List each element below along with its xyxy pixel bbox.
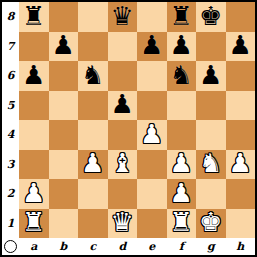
piece-black-knight-c6[interactable]: ♞ (81, 62, 104, 88)
square-a2[interactable]: ♟ (19, 179, 49, 209)
square-h8[interactable] (226, 2, 256, 32)
square-g7[interactable] (196, 32, 226, 62)
square-b7[interactable]: ♟ (49, 32, 79, 62)
piece-black-pawn-a6[interactable]: ♟ (22, 62, 45, 88)
square-c5[interactable] (78, 91, 108, 121)
square-d5[interactable]: ♟ (108, 91, 138, 121)
square-e1[interactable] (137, 209, 167, 239)
square-b8[interactable] (49, 2, 79, 32)
piece-white-rook-f1[interactable]: ♜ (170, 209, 193, 235)
square-d4[interactable] (108, 120, 138, 150)
rank-label-4: 4 (2, 120, 19, 150)
piece-black-pawn-g6[interactable]: ♟ (199, 62, 222, 88)
piece-white-pawn-f3[interactable]: ♟ (170, 150, 193, 176)
piece-black-pawn-h7[interactable]: ♟ (229, 32, 252, 58)
square-b6[interactable] (49, 61, 79, 91)
piece-white-rook-a1[interactable]: ♜ (22, 209, 45, 235)
square-e4[interactable]: ♟ (137, 120, 167, 150)
piece-white-pawn-e4[interactable]: ♟ (140, 121, 163, 147)
square-e5[interactable] (137, 91, 167, 121)
square-d3[interactable]: ♝ (108, 150, 138, 180)
square-f1[interactable]: ♜ (167, 209, 197, 239)
chess-diagram: 8♜♛♜♚7♟♟♟♟6♟♞♞♟5♟4♟3♟♝♟♞♟2♟♟1♜♛♜♚abcdefg… (0, 0, 257, 257)
file-label-c: c (78, 238, 108, 255)
piece-black-queen-d8[interactable]: ♛ (111, 3, 134, 29)
square-f3[interactable]: ♟ (167, 150, 197, 180)
square-g5[interactable] (196, 91, 226, 121)
square-d1[interactable]: ♛ (108, 209, 138, 239)
piece-white-queen-d1[interactable]: ♛ (111, 209, 134, 235)
square-a4[interactable] (19, 120, 49, 150)
to-move-corner (2, 238, 19, 255)
square-f8[interactable]: ♜ (167, 2, 197, 32)
square-a7[interactable] (19, 32, 49, 62)
file-label-a: a (19, 238, 49, 255)
square-e7[interactable]: ♟ (137, 32, 167, 62)
square-b5[interactable] (49, 91, 79, 121)
file-label-d: d (108, 238, 138, 255)
square-e8[interactable] (137, 2, 167, 32)
square-h4[interactable] (226, 120, 256, 150)
piece-black-pawn-e7[interactable]: ♟ (140, 32, 163, 58)
rank-label-3: 3 (2, 150, 19, 180)
piece-black-pawn-f7[interactable]: ♟ (170, 32, 193, 58)
square-b4[interactable] (49, 120, 79, 150)
file-label-h: h (226, 238, 256, 255)
rank-label-5: 5 (2, 91, 19, 121)
file-label-e: e (137, 238, 167, 255)
square-c7[interactable] (78, 32, 108, 62)
square-c1[interactable] (78, 209, 108, 239)
piece-black-pawn-d5[interactable]: ♟ (111, 91, 134, 117)
piece-white-pawn-h3[interactable]: ♟ (229, 150, 252, 176)
piece-black-king-g8[interactable]: ♚ (199, 3, 222, 29)
square-f6[interactable]: ♞ (167, 61, 197, 91)
piece-black-knight-f6[interactable]: ♞ (170, 62, 193, 88)
square-h1[interactable] (226, 209, 256, 239)
piece-white-bishop-d3[interactable]: ♝ (111, 150, 134, 176)
piece-white-pawn-c3[interactable]: ♟ (81, 150, 104, 176)
square-h5[interactable] (226, 91, 256, 121)
piece-white-pawn-a2[interactable]: ♟ (22, 180, 45, 206)
square-d6[interactable] (108, 61, 138, 91)
square-d2[interactable] (108, 179, 138, 209)
square-a8[interactable]: ♜ (19, 2, 49, 32)
piece-white-knight-g3[interactable]: ♞ (199, 150, 222, 176)
square-f2[interactable]: ♟ (167, 179, 197, 209)
square-b3[interactable] (49, 150, 79, 180)
square-f4[interactable] (167, 120, 197, 150)
square-a3[interactable] (19, 150, 49, 180)
file-label-b: b (49, 238, 79, 255)
square-f5[interactable] (167, 91, 197, 121)
square-f7[interactable]: ♟ (167, 32, 197, 62)
square-c3[interactable]: ♟ (78, 150, 108, 180)
square-g8[interactable]: ♚ (196, 2, 226, 32)
piece-black-pawn-b7[interactable]: ♟ (52, 32, 75, 58)
piece-white-king-g1[interactable]: ♚ (199, 209, 222, 235)
chess-board: 8♜♛♜♚7♟♟♟♟6♟♞♞♟5♟4♟3♟♝♟♞♟2♟♟1♜♛♜♚abcdefg… (2, 2, 255, 255)
square-d8[interactable]: ♛ (108, 2, 138, 32)
square-c2[interactable] (78, 179, 108, 209)
rank-label-8: 8 (2, 2, 19, 32)
square-a5[interactable] (19, 91, 49, 121)
piece-black-rook-f8[interactable]: ♜ (170, 3, 193, 29)
square-g1[interactable]: ♚ (196, 209, 226, 239)
square-e6[interactable] (137, 61, 167, 91)
square-c8[interactable] (78, 2, 108, 32)
square-a6[interactable]: ♟ (19, 61, 49, 91)
square-g6[interactable]: ♟ (196, 61, 226, 91)
piece-black-rook-a8[interactable]: ♜ (22, 3, 45, 29)
square-h2[interactable] (226, 179, 256, 209)
square-d7[interactable] (108, 32, 138, 62)
square-c6[interactable]: ♞ (78, 61, 108, 91)
square-h3[interactable]: ♟ (226, 150, 256, 180)
square-g3[interactable]: ♞ (196, 150, 226, 180)
square-b2[interactable] (49, 179, 79, 209)
piece-white-pawn-f2[interactable]: ♟ (170, 180, 193, 206)
file-label-f: f (167, 238, 197, 255)
file-label-g: g (196, 238, 226, 255)
rank-label-6: 6 (2, 61, 19, 91)
square-b1[interactable] (49, 209, 79, 239)
square-e3[interactable] (137, 150, 167, 180)
rank-label-1: 1 (2, 209, 19, 239)
square-a1[interactable]: ♜ (19, 209, 49, 239)
square-h6[interactable] (226, 61, 256, 91)
square-c4[interactable] (78, 120, 108, 150)
square-g2[interactable] (196, 179, 226, 209)
rank-label-2: 2 (2, 179, 19, 209)
square-e2[interactable] (137, 179, 167, 209)
rank-label-7: 7 (2, 32, 19, 62)
white-to-move-indicator (4, 240, 17, 253)
square-h7[interactable]: ♟ (226, 32, 256, 62)
square-g4[interactable] (196, 120, 226, 150)
